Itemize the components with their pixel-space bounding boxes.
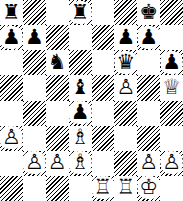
square-a5[interactable] [0,75,23,100]
square-c8[interactable] [46,0,69,25]
square-d5[interactable]: ♝ [69,75,92,100]
piece-black-pawn: ♟ [116,27,135,48]
piece-white-pawn: ♙ [23,151,46,174]
square-f1[interactable]: ♖ [114,176,137,201]
square-a4[interactable] [0,101,23,126]
square-c6[interactable]: ♞ [46,50,69,75]
square-f8[interactable] [114,0,137,25]
square-a7[interactable]: ♟ [0,25,23,50]
square-b7[interactable]: ♟ [23,25,46,50]
square-b2[interactable]: ♙ [23,151,46,176]
piece-black-pawn: ♟ [160,51,183,74]
square-b4[interactable] [23,101,46,126]
square-f7[interactable]: ♟ [114,25,137,50]
square-e4[interactable] [92,101,115,126]
square-d4[interactable]: ♟ [69,101,92,126]
square-d3[interactable]: ♗ [69,126,92,151]
piece-white-queen: ♕ [162,77,181,98]
piece-white-pawn: ♙ [116,77,135,98]
square-c3[interactable] [46,126,69,151]
square-b3[interactable] [23,126,46,151]
square-h4[interactable] [160,101,183,126]
piece-white-rook: ♖ [92,176,115,199]
piece-black-pawn: ♟ [69,101,92,124]
square-d7[interactable] [69,25,92,50]
square-h5[interactable]: ♕ [160,75,183,100]
square-f6[interactable]: ♛ [114,50,137,75]
square-h3[interactable] [160,126,183,151]
piece-black-rook: ♜ [2,2,21,23]
square-f2[interactable] [114,151,137,176]
square-a6[interactable] [0,50,23,75]
square-b1[interactable] [23,176,46,201]
piece-black-king: ♚ [139,2,158,23]
piece-black-pawn: ♟ [25,27,44,48]
square-a1[interactable] [0,176,23,201]
square-f3[interactable] [114,126,137,151]
piece-black-knight: ♞ [48,52,67,73]
square-a8[interactable]: ♜ [0,0,23,25]
piece-white-bishop: ♗ [71,127,90,148]
square-d2[interactable]: ♗ [69,151,92,176]
piece-white-bishop: ♗ [69,151,92,174]
square-c2[interactable]: ♙ [46,151,69,176]
square-h1[interactable] [160,176,183,201]
square-h8[interactable] [160,0,183,25]
square-g1[interactable]: ♔ [137,176,160,201]
square-g4[interactable] [137,101,160,126]
square-e2[interactable] [92,151,115,176]
square-e8[interactable] [92,0,115,25]
square-d8[interactable]: ♜ [69,0,92,25]
piece-black-queen: ♛ [114,51,137,74]
piece-black-pawn: ♟ [137,26,160,49]
square-h7[interactable] [160,25,183,50]
piece-black-rook: ♜ [69,1,92,24]
piece-white-pawn: ♙ [139,152,158,173]
piece-black-pawn: ♟ [0,26,23,49]
piece-white-pawn: ♙ [48,152,67,173]
piece-white-pawn: ♙ [0,126,23,149]
square-b5[interactable] [23,75,46,100]
square-g5[interactable] [137,75,160,100]
piece-white-king: ♔ [137,176,160,199]
square-e3[interactable] [92,126,115,151]
square-e1[interactable]: ♖ [92,176,115,201]
square-h6[interactable]: ♟ [160,50,183,75]
square-h2[interactable]: ♙ [160,151,183,176]
square-c4[interactable] [46,101,69,126]
square-a2[interactable] [0,151,23,176]
square-g8[interactable]: ♚ [137,0,160,25]
square-g2[interactable]: ♙ [137,151,160,176]
piece-white-pawn: ♙ [160,151,183,174]
piece-white-rook: ♖ [116,178,135,199]
square-b8[interactable] [23,0,46,25]
chess-board: ♜♜♚♟♟♟♟♞♛♟♝♙♕♟♙♗♙♙♗♙♙♖♖♔ [0,0,183,201]
square-g3[interactable] [137,126,160,151]
square-f5[interactable]: ♙ [114,75,137,100]
piece-black-bishop: ♝ [71,77,90,98]
square-e6[interactable] [92,50,115,75]
square-c1[interactable] [46,176,69,201]
square-b6[interactable] [23,50,46,75]
square-f4[interactable] [114,101,137,126]
square-c5[interactable] [46,75,69,100]
square-c7[interactable] [46,25,69,50]
square-g6[interactable] [137,50,160,75]
square-d6[interactable] [69,50,92,75]
square-g7[interactable]: ♟ [137,25,160,50]
square-e5[interactable] [92,75,115,100]
square-a3[interactable]: ♙ [0,126,23,151]
square-d1[interactable] [69,176,92,201]
square-e7[interactable] [92,25,115,50]
